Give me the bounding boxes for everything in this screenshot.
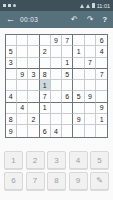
battery-icon xyxy=(92,3,95,8)
digit-key-5[interactable]: 5 xyxy=(90,151,109,169)
cell-r6c2[interactable] xyxy=(17,91,28,102)
cell-r8c7[interactable]: 9 xyxy=(73,114,84,125)
cell-r6c9[interactable] xyxy=(96,91,107,102)
cell-r7c1[interactable] xyxy=(6,103,17,114)
game-timer: 00:03 xyxy=(20,16,38,23)
pencil-key[interactable]: ✎ xyxy=(90,172,109,190)
cell-r9c2[interactable] xyxy=(17,125,28,136)
cell-r6c1[interactable]: 4 xyxy=(6,91,17,102)
cell-r1c8[interactable] xyxy=(85,35,96,46)
cell-r6c7[interactable]: 5 xyxy=(73,91,84,102)
cell-r6c4[interactable]: 7 xyxy=(40,91,51,102)
cell-r7c3[interactable] xyxy=(28,103,39,114)
cell-r7c4[interactable]: 1 xyxy=(40,103,51,114)
undo-icon[interactable]: ↶ xyxy=(71,16,78,24)
cell-r3c9[interactable] xyxy=(96,58,107,69)
cell-r7c5[interactable] xyxy=(51,103,62,114)
notification-icon xyxy=(3,4,6,7)
cell-r2c2[interactable] xyxy=(17,46,28,57)
cell-r8c1[interactable]: 8 xyxy=(6,114,17,125)
digit-key-6[interactable]: 6 xyxy=(4,172,23,190)
digit-key-8[interactable]: 8 xyxy=(47,172,66,190)
cell-r7c6[interactable] xyxy=(62,103,73,114)
clock-text: 11:01 xyxy=(97,3,110,9)
back-icon[interactable]: ← xyxy=(6,15,15,24)
sudoku-grid: 9765214317938571476594198291964 xyxy=(5,34,109,138)
cell-r4c4[interactable]: 8 xyxy=(40,69,51,80)
cell-r8c3[interactable]: 2 xyxy=(28,114,39,125)
cell-r9c3[interactable] xyxy=(28,125,39,136)
number-keypad: 123456789✎ xyxy=(4,151,109,190)
cell-r8c6[interactable] xyxy=(62,114,73,125)
cell-r6c5[interactable] xyxy=(51,91,62,102)
cell-r9c8[interactable] xyxy=(85,125,96,136)
cell-r9c7[interactable] xyxy=(73,125,84,136)
cell-r8c8[interactable] xyxy=(85,114,96,125)
cell-r9c5[interactable]: 4 xyxy=(51,125,62,136)
cell-r6c3[interactable] xyxy=(28,91,39,102)
cell-r4c8[interactable] xyxy=(85,69,96,80)
notification-icon xyxy=(8,4,11,7)
cell-r4c2[interactable]: 9 xyxy=(17,69,28,80)
cell-r7c2[interactable]: 4 xyxy=(17,103,28,114)
cell-r1c5[interactable]: 9 xyxy=(51,35,62,46)
app-toolbar: ← 00:03 ↶ ↷ ? xyxy=(0,11,113,28)
cell-r1c3[interactable] xyxy=(28,35,39,46)
cell-r3c5[interactable] xyxy=(51,58,62,69)
status-bar: 11:01 xyxy=(0,0,113,11)
cell-r1c9[interactable]: 6 xyxy=(96,35,107,46)
digit-key-1[interactable]: 1 xyxy=(4,151,23,169)
cell-r2c6[interactable] xyxy=(62,46,73,57)
cell-r3c1[interactable]: 3 xyxy=(6,58,17,69)
cell-r5c5[interactable] xyxy=(51,80,62,91)
cell-r7c9[interactable]: 9 xyxy=(96,103,107,114)
cell-r4c1[interactable] xyxy=(6,69,17,80)
cell-r5c3[interactable] xyxy=(28,80,39,91)
cell-r5c1[interactable] xyxy=(6,80,17,91)
cell-r1c1[interactable] xyxy=(6,35,17,46)
cell-r2c9[interactable]: 4 xyxy=(96,46,107,57)
cell-r3c4[interactable] xyxy=(40,58,51,69)
cell-r2c8[interactable] xyxy=(85,46,96,57)
cell-r8c9[interactable]: 1 xyxy=(96,114,107,125)
redo-icon[interactable]: ↷ xyxy=(87,16,94,24)
digit-key-4[interactable]: 4 xyxy=(69,151,88,169)
cell-r5c9[interactable] xyxy=(96,80,107,91)
cell-r9c6[interactable] xyxy=(62,125,73,136)
cell-r9c4[interactable]: 6 xyxy=(40,125,51,136)
wifi-icon xyxy=(86,4,90,8)
cell-r1c2[interactable] xyxy=(17,35,28,46)
cell-r8c4[interactable] xyxy=(40,114,51,125)
cell-r2c1[interactable]: 5 xyxy=(6,46,17,57)
cell-r4c9[interactable]: 7 xyxy=(96,69,107,80)
cell-r3c2[interactable] xyxy=(17,58,28,69)
cell-r3c7[interactable] xyxy=(73,58,84,69)
cell-r4c6[interactable]: 5 xyxy=(62,69,73,80)
help-icon[interactable]: ? xyxy=(102,16,107,24)
cell-r2c7[interactable]: 1 xyxy=(73,46,84,57)
cell-r8c2[interactable] xyxy=(17,114,28,125)
cell-r3c3[interactable] xyxy=(28,58,39,69)
cell-r7c7[interactable] xyxy=(73,103,84,114)
cell-r2c5[interactable] xyxy=(51,46,62,57)
cell-r5c8[interactable] xyxy=(85,80,96,91)
digit-key-2[interactable]: 2 xyxy=(26,151,45,169)
cell-r6c8[interactable]: 9 xyxy=(85,91,96,102)
digit-key-9[interactable]: 9 xyxy=(69,172,88,190)
cell-r9c9[interactable] xyxy=(96,125,107,136)
cell-r2c4[interactable]: 2 xyxy=(40,46,51,57)
cell-r1c7[interactable] xyxy=(73,35,84,46)
cell-r4c3[interactable]: 3 xyxy=(28,69,39,80)
cell-r1c6[interactable]: 7 xyxy=(62,35,73,46)
signal-icon xyxy=(80,4,84,8)
cell-r2c3[interactable] xyxy=(28,46,39,57)
notification-icons xyxy=(3,4,16,7)
cell-r5c2[interactable] xyxy=(17,80,28,91)
cell-r1c4[interactable] xyxy=(40,35,51,46)
digit-key-7[interactable]: 7 xyxy=(26,172,45,190)
cell-r5c7[interactable] xyxy=(73,80,84,91)
cell-r5c4[interactable]: 1 xyxy=(40,80,51,91)
cell-r7c8[interactable] xyxy=(85,103,96,114)
cell-r3c6[interactable]: 1 xyxy=(62,58,73,69)
cell-r4c5[interactable] xyxy=(51,69,62,80)
board-area: 9765214317938571476594198291964 xyxy=(0,34,113,138)
digit-key-3[interactable]: 3 xyxy=(47,151,66,169)
cell-r4c7[interactable] xyxy=(73,69,84,80)
cell-r9c1[interactable]: 9 xyxy=(6,125,17,136)
cell-r3c8[interactable]: 7 xyxy=(85,58,96,69)
cell-r6c6[interactable]: 6 xyxy=(62,91,73,102)
cell-r8c5[interactable] xyxy=(51,114,62,125)
cell-r5c6[interactable] xyxy=(62,80,73,91)
notification-icon xyxy=(13,4,16,7)
